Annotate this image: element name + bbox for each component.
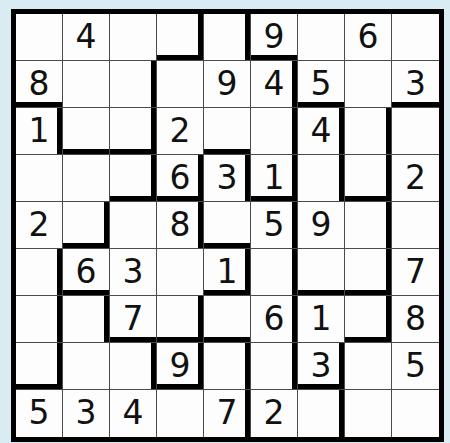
cell-r2c3[interactable] <box>110 61 157 108</box>
cell-r7c2[interactable] <box>63 296 110 343</box>
cell-r9c6[interactable]: 2 <box>251 390 298 437</box>
cell-r5c2[interactable] <box>63 202 110 249</box>
given-digit: 7 <box>217 396 238 429</box>
cell-r1c8[interactable]: 6 <box>345 14 392 61</box>
given-digit: 3 <box>123 255 144 288</box>
cell-r8c4[interactable]: 9 <box>157 343 204 390</box>
cell-r9c4[interactable] <box>157 390 204 437</box>
given-digit: 9 <box>264 20 285 53</box>
cell-r9c3[interactable]: 4 <box>110 390 157 437</box>
cell-r6c2[interactable]: 6 <box>63 249 110 296</box>
cell-r1c6[interactable]: 9 <box>251 14 298 61</box>
given-digit: 6 <box>264 302 285 335</box>
given-digit: 2 <box>170 114 191 147</box>
sudoku-board: 49689453124631228596317761893553472 <box>11 9 444 442</box>
given-digit: 5 <box>29 396 50 429</box>
cell-r9c1[interactable]: 5 <box>16 390 63 437</box>
cell-r8c8[interactable] <box>345 343 392 390</box>
cell-r4c7[interactable] <box>298 155 345 202</box>
cell-r6c5[interactable]: 1 <box>204 249 251 296</box>
given-digit: 8 <box>170 208 191 241</box>
given-digit: 1 <box>264 161 285 194</box>
cell-r5c8[interactable] <box>345 202 392 249</box>
cell-r7c5[interactable] <box>204 296 251 343</box>
given-digit: 1 <box>311 302 332 335</box>
cell-r3c7[interactable]: 4 <box>298 108 345 155</box>
given-digit: 2 <box>264 396 285 429</box>
cell-r5c1[interactable]: 2 <box>16 202 63 249</box>
cell-r8c5[interactable] <box>204 343 251 390</box>
cell-r6c8[interactable] <box>345 249 392 296</box>
cell-r5c5[interactable] <box>204 202 251 249</box>
given-digit: 6 <box>170 161 191 194</box>
given-digit: 8 <box>29 67 50 100</box>
cell-r4c9[interactable]: 2 <box>392 155 439 202</box>
cell-r3c1[interactable]: 1 <box>16 108 63 155</box>
given-digit: 6 <box>76 255 97 288</box>
cell-r9c8[interactable] <box>345 390 392 437</box>
given-digit: 5 <box>405 349 426 382</box>
cell-r2c8[interactable] <box>345 61 392 108</box>
given-digit: 4 <box>311 114 332 147</box>
cell-r9c2[interactable]: 3 <box>63 390 110 437</box>
cell-r7c8[interactable] <box>345 296 392 343</box>
cell-r7c4[interactable] <box>157 296 204 343</box>
cell-r6c6[interactable] <box>251 249 298 296</box>
given-digit: 9 <box>217 67 238 100</box>
given-digit: 4 <box>76 20 97 53</box>
given-digit: 3 <box>76 396 97 429</box>
cell-r8c3[interactable] <box>110 343 157 390</box>
cell-r2c6[interactable]: 4 <box>251 61 298 108</box>
given-digit: 7 <box>405 255 426 288</box>
cell-r5c4[interactable]: 8 <box>157 202 204 249</box>
cell-r3c5[interactable] <box>204 108 251 155</box>
cell-r5c7[interactable]: 9 <box>298 202 345 249</box>
given-digit: 7 <box>123 302 144 335</box>
given-digit: 9 <box>170 349 191 382</box>
cell-r2c4[interactable] <box>157 61 204 108</box>
cell-r4c5[interactable]: 3 <box>204 155 251 202</box>
cell-r6c7[interactable] <box>298 249 345 296</box>
cell-r5c3[interactable] <box>110 202 157 249</box>
cell-r3c6[interactable] <box>251 108 298 155</box>
cell-r8c9[interactable]: 5 <box>392 343 439 390</box>
cell-r7c9[interactable]: 8 <box>392 296 439 343</box>
cell-r1c3[interactable] <box>110 14 157 61</box>
given-digit: 4 <box>264 67 285 100</box>
cell-r2c1[interactable]: 8 <box>16 61 63 108</box>
cell-r3c2[interactable] <box>63 108 110 155</box>
cell-r2c9[interactable]: 3 <box>392 61 439 108</box>
cell-r1c5[interactable] <box>204 14 251 61</box>
given-digit: 8 <box>405 302 426 335</box>
cell-r4c4[interactable]: 6 <box>157 155 204 202</box>
cell-r1c9[interactable] <box>392 14 439 61</box>
cell-r4c8[interactable] <box>345 155 392 202</box>
given-digit: 1 <box>29 114 50 147</box>
cell-r8c1[interactable] <box>16 343 63 390</box>
cell-r3c4[interactable]: 2 <box>157 108 204 155</box>
cell-r4c6[interactable]: 1 <box>251 155 298 202</box>
cell-r2c7[interactable]: 5 <box>298 61 345 108</box>
given-digit: 5 <box>264 208 285 241</box>
cell-r1c7[interactable] <box>298 14 345 61</box>
cell-r7c7[interactable]: 1 <box>298 296 345 343</box>
cell-r6c4[interactable] <box>157 249 204 296</box>
cell-r3c9[interactable] <box>392 108 439 155</box>
cell-r5c9[interactable] <box>392 202 439 249</box>
cell-r9c5[interactable]: 7 <box>204 390 251 437</box>
cell-r2c5[interactable]: 9 <box>204 61 251 108</box>
cell-r1c1[interactable] <box>16 14 63 61</box>
cell-r6c1[interactable] <box>16 249 63 296</box>
cell-r8c2[interactable] <box>63 343 110 390</box>
given-digit: 3 <box>217 161 238 194</box>
cell-r6c3[interactable]: 3 <box>110 249 157 296</box>
cell-r7c1[interactable] <box>16 296 63 343</box>
given-digit: 3 <box>405 67 426 100</box>
cell-r7c6[interactable]: 6 <box>251 296 298 343</box>
given-digit: 5 <box>311 67 332 100</box>
cell-r1c4[interactable] <box>157 14 204 61</box>
cell-r5c6[interactable]: 5 <box>251 202 298 249</box>
cell-r4c3[interactable] <box>110 155 157 202</box>
cell-r8c6[interactable] <box>251 343 298 390</box>
given-digit: 2 <box>29 208 50 241</box>
given-digit: 3 <box>311 349 332 382</box>
given-digit: 6 <box>358 20 379 53</box>
cell-r3c8[interactable] <box>345 108 392 155</box>
cell-r7c3[interactable]: 7 <box>110 296 157 343</box>
given-digit: 2 <box>405 161 426 194</box>
cell-r9c9[interactable] <box>392 390 439 437</box>
cell-r1c2[interactable]: 4 <box>63 14 110 61</box>
given-digit: 1 <box>217 255 238 288</box>
given-digit: 4 <box>123 396 144 429</box>
cell-r6c9[interactable]: 7 <box>392 249 439 296</box>
cell-r4c1[interactable] <box>16 155 63 202</box>
cell-r4c2[interactable] <box>63 155 110 202</box>
cell-r9c7[interactable] <box>298 390 345 437</box>
cell-r8c7[interactable]: 3 <box>298 343 345 390</box>
cell-r3c3[interactable] <box>110 108 157 155</box>
cell-r2c2[interactable] <box>63 61 110 108</box>
given-digit: 9 <box>311 208 332 241</box>
